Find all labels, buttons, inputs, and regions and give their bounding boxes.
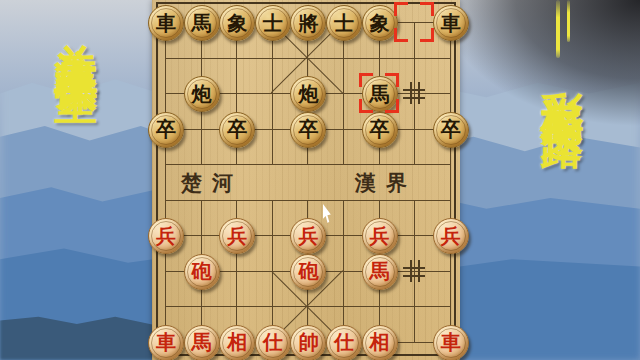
grid-line <box>272 22 273 164</box>
piece-black-advisor[interactable]: 士 <box>255 5 291 41</box>
grid-line <box>450 22 451 342</box>
piece-black-chariot[interactable]: 車 <box>148 5 184 41</box>
piece-black-elephant[interactable]: 象 <box>219 5 255 41</box>
piece-black-chariot[interactable]: 車 <box>433 5 469 41</box>
piece-black-soldier[interactable]: 卒 <box>433 112 469 148</box>
light-streak <box>556 0 560 58</box>
piece-black-soldier[interactable]: 卒 <box>148 112 184 148</box>
piece-red-soldier[interactable]: 兵 <box>290 218 326 254</box>
grid-line <box>165 22 166 342</box>
piece-red-advisor[interactable]: 仕 <box>255 325 291 360</box>
piece-red-chariot[interactable]: 車 <box>148 325 184 360</box>
piece-red-elephant[interactable]: 相 <box>362 325 398 360</box>
left-caption: 关注象棋大课堂 <box>55 8 98 50</box>
piece-black-horse[interactable]: 馬 <box>184 5 220 41</box>
last-move-highlight <box>359 73 399 113</box>
cannon-point-marker <box>403 82 425 104</box>
board-grid[interactable]: 車馬象士將士象車炮炮馬卒卒卒卒卒兵兵兵兵兵砲砲馬車馬相仕帥仕相車 <box>152 0 460 360</box>
piece-black-soldier[interactable]: 卒 <box>290 112 326 148</box>
piece-red-horse[interactable]: 馬 <box>362 254 398 290</box>
xiangqi-app: 关注象棋大课堂 彩棋局不迷路 楚河 漢界 車馬象士將士象車炮炮馬卒卒卒卒卒兵兵兵… <box>0 0 640 360</box>
right-caption: 彩棋局不迷路 <box>541 57 584 99</box>
piece-red-cannon[interactable]: 砲 <box>184 254 220 290</box>
piece-black-cannon[interactable]: 炮 <box>184 76 220 112</box>
piece-red-advisor[interactable]: 仕 <box>326 325 362 360</box>
piece-black-advisor[interactable]: 士 <box>326 5 362 41</box>
piece-black-general[interactable]: 將 <box>290 5 326 41</box>
piece-black-elephant[interactable]: 象 <box>362 5 398 41</box>
xiangqi-board[interactable]: 楚河 漢界 車馬象士將士象車炮炮馬卒卒卒卒卒兵兵兵兵兵砲砲馬車馬相仕帥仕相車 <box>152 0 460 360</box>
cannon-point-marker <box>403 260 425 282</box>
piece-red-soldier[interactable]: 兵 <box>219 218 255 254</box>
piece-red-soldier[interactable]: 兵 <box>148 218 184 254</box>
piece-black-cannon[interactable]: 炮 <box>290 76 326 112</box>
piece-red-elephant[interactable]: 相 <box>219 325 255 360</box>
grid-line <box>165 164 450 165</box>
piece-red-soldier[interactable]: 兵 <box>433 218 469 254</box>
piece-red-general[interactable]: 帥 <box>290 325 326 360</box>
light-streak <box>567 0 570 42</box>
piece-red-chariot[interactable]: 車 <box>433 325 469 360</box>
piece-red-horse[interactable]: 馬 <box>184 325 220 360</box>
piece-black-soldier[interactable]: 卒 <box>219 112 255 148</box>
piece-red-cannon[interactable]: 砲 <box>290 254 326 290</box>
last-move-highlight <box>394 2 434 42</box>
piece-black-soldier[interactable]: 卒 <box>362 112 398 148</box>
piece-red-soldier[interactable]: 兵 <box>362 218 398 254</box>
